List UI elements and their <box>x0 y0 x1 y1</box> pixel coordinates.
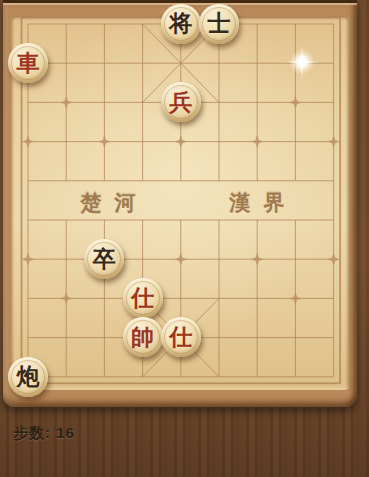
piece-glyph: 兵 <box>169 90 192 113</box>
piece-glyph: 卒 <box>93 247 116 270</box>
piece-glyph: 帥 <box>131 325 154 348</box>
piece-black-soldier[interactable]: 卒 <box>84 239 124 279</box>
piece-glyph: 仕 <box>131 286 154 309</box>
piece-black-cannon[interactable]: 炮 <box>8 357 48 397</box>
piece-black-general[interactable]: 将 <box>161 4 201 44</box>
piece-glyph: 将 <box>169 11 192 34</box>
piece-red-advisor[interactable]: 仕 <box>123 278 163 318</box>
app-screen: 楚河 漢界 将士車兵卒仕帥仕炮 步数: 16 <box>0 0 369 477</box>
piece-glyph: 士 <box>207 11 230 34</box>
piece-black-advisor[interactable]: 士 <box>199 4 239 44</box>
piece-glyph: 仕 <box>169 325 192 348</box>
piece-red-soldier[interactable]: 兵 <box>161 82 201 122</box>
piece-red-advisor[interactable]: 仕 <box>161 317 201 357</box>
piece-red-chariot[interactable]: 車 <box>8 43 48 83</box>
move-counter: 步数: 16 <box>13 424 75 443</box>
piece-red-general[interactable]: 帥 <box>123 317 163 357</box>
piece-glyph: 炮 <box>16 364 39 387</box>
piece-glyph: 車 <box>16 51 39 74</box>
piece-layer: 将士車兵卒仕帥仕炮 <box>9 4 353 396</box>
